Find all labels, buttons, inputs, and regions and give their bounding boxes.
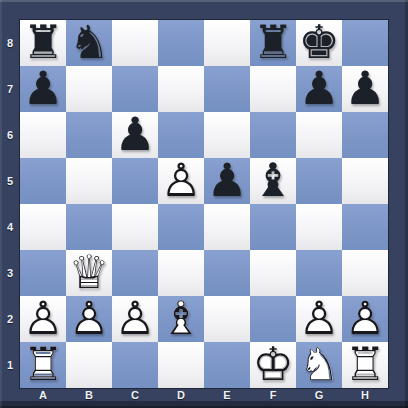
file-label-d: D (158, 388, 204, 402)
square-d2[interactable]: ♝♗ (158, 296, 204, 342)
piece-wr-a1: ♜♖ (20, 342, 66, 388)
square-a2[interactable]: ♟♙ (20, 296, 66, 342)
square-c3[interactable] (112, 250, 158, 296)
chess-board: ♜♜♞♞♜♜♚♚♟♟♟♟♟♟♟♟♟♙♟♟♝♝♛♕♟♙♟♙♟♙♝♗♟♙♟♙♜♖♚♔… (20, 20, 388, 388)
piece-wp-d5: ♟♙ (158, 158, 204, 204)
piece-wp-h2: ♟♙ (342, 296, 388, 342)
square-d5[interactable]: ♟♙ (158, 158, 204, 204)
square-c8[interactable] (112, 20, 158, 66)
square-d8[interactable] (158, 20, 204, 66)
file-label-e: E (204, 388, 250, 402)
square-c1[interactable] (112, 342, 158, 388)
rank-labels: 87654321 (0, 20, 20, 388)
file-label-a: A (20, 388, 66, 402)
piece-bk-g8: ♚♚ (296, 20, 342, 66)
square-b6[interactable] (66, 112, 112, 158)
square-e6[interactable] (204, 112, 250, 158)
square-c6[interactable]: ♟♟ (112, 112, 158, 158)
square-g2[interactable]: ♟♙ (296, 296, 342, 342)
square-a1[interactable]: ♜♖ (20, 342, 66, 388)
piece-br-f8: ♜♜ (250, 20, 296, 66)
piece-bp-h7: ♟♟ (342, 66, 388, 112)
square-f5[interactable]: ♝♝ (250, 158, 296, 204)
square-a6[interactable] (20, 112, 66, 158)
square-h1[interactable]: ♜♖ (342, 342, 388, 388)
square-a3[interactable] (20, 250, 66, 296)
file-label-f: F (250, 388, 296, 402)
square-g6[interactable] (296, 112, 342, 158)
square-e1[interactable] (204, 342, 250, 388)
piece-bb-f5: ♝♝ (250, 158, 296, 204)
piece-wp-g2: ♟♙ (296, 296, 342, 342)
square-f4[interactable] (250, 204, 296, 250)
rank-label-7: 7 (0, 66, 20, 112)
square-b4[interactable] (66, 204, 112, 250)
square-g3[interactable] (296, 250, 342, 296)
square-h8[interactable] (342, 20, 388, 66)
piece-wq-b3: ♛♕ (66, 250, 112, 296)
square-f8[interactable]: ♜♜ (250, 20, 296, 66)
square-e5[interactable]: ♟♟ (204, 158, 250, 204)
square-d7[interactable] (158, 66, 204, 112)
square-a4[interactable] (20, 204, 66, 250)
square-c2[interactable]: ♟♙ (112, 296, 158, 342)
square-g4[interactable] (296, 204, 342, 250)
square-f2[interactable] (250, 296, 296, 342)
rank-label-5: 5 (0, 158, 20, 204)
square-e7[interactable] (204, 66, 250, 112)
square-b8[interactable]: ♞♞ (66, 20, 112, 66)
file-label-h: H (342, 388, 388, 402)
square-c4[interactable] (112, 204, 158, 250)
square-b5[interactable] (66, 158, 112, 204)
piece-wr-h1: ♜♖ (342, 342, 388, 388)
piece-bp-g7: ♟♟ (296, 66, 342, 112)
square-g1[interactable]: ♞♘ (296, 342, 342, 388)
piece-wb-d2: ♝♗ (158, 296, 204, 342)
rank-label-8: 8 (0, 20, 20, 66)
square-h5[interactable] (342, 158, 388, 204)
square-g8[interactable]: ♚♚ (296, 20, 342, 66)
square-h6[interactable] (342, 112, 388, 158)
piece-wp-b2: ♟♙ (66, 296, 112, 342)
square-g7[interactable]: ♟♟ (296, 66, 342, 112)
square-e2[interactable] (204, 296, 250, 342)
square-h4[interactable] (342, 204, 388, 250)
square-a8[interactable]: ♜♜ (20, 20, 66, 66)
square-h3[interactable] (342, 250, 388, 296)
file-label-b: B (66, 388, 112, 402)
square-c7[interactable] (112, 66, 158, 112)
rank-label-2: 2 (0, 296, 20, 342)
square-c5[interactable] (112, 158, 158, 204)
square-b2[interactable]: ♟♙ (66, 296, 112, 342)
square-f1[interactable]: ♚♔ (250, 342, 296, 388)
file-label-g: G (296, 388, 342, 402)
square-e3[interactable] (204, 250, 250, 296)
square-d3[interactable] (158, 250, 204, 296)
square-d1[interactable] (158, 342, 204, 388)
piece-wp-c2: ♟♙ (112, 296, 158, 342)
piece-bp-e5: ♟♟ (204, 158, 250, 204)
square-d6[interactable] (158, 112, 204, 158)
piece-br-a8: ♜♜ (20, 20, 66, 66)
square-d4[interactable] (158, 204, 204, 250)
rank-label-6: 6 (0, 112, 20, 158)
square-h2[interactable]: ♟♙ (342, 296, 388, 342)
square-f3[interactable] (250, 250, 296, 296)
square-b1[interactable] (66, 342, 112, 388)
rank-label-1: 1 (0, 342, 20, 388)
square-g5[interactable] (296, 158, 342, 204)
square-e4[interactable] (204, 204, 250, 250)
piece-wk-f1: ♚♔ (250, 342, 296, 388)
square-f7[interactable] (250, 66, 296, 112)
square-a5[interactable] (20, 158, 66, 204)
square-b7[interactable] (66, 66, 112, 112)
square-h7[interactable]: ♟♟ (342, 66, 388, 112)
piece-bn-b8: ♞♞ (66, 20, 112, 66)
square-b3[interactable]: ♛♕ (66, 250, 112, 296)
frame-bottom-strip (0, 401, 408, 408)
square-a7[interactable]: ♟♟ (20, 66, 66, 112)
piece-wn-g1: ♞♘ (296, 342, 342, 388)
file-labels: ABCDEFGH (20, 388, 388, 402)
board-frame: 87654321 ♜♜♞♞♜♜♚♚♟♟♟♟♟♟♟♟♟♙♟♟♝♝♛♕♟♙♟♙♟♙♝… (0, 0, 408, 408)
rank-label-4: 4 (0, 204, 20, 250)
square-e8[interactable] (204, 20, 250, 66)
file-label-c: C (112, 388, 158, 402)
rank-label-3: 3 (0, 250, 20, 296)
piece-wp-a2: ♟♙ (20, 296, 66, 342)
piece-bp-a7: ♟♟ (20, 66, 66, 112)
square-f6[interactable] (250, 112, 296, 158)
piece-bp-c6: ♟♟ (112, 112, 158, 158)
